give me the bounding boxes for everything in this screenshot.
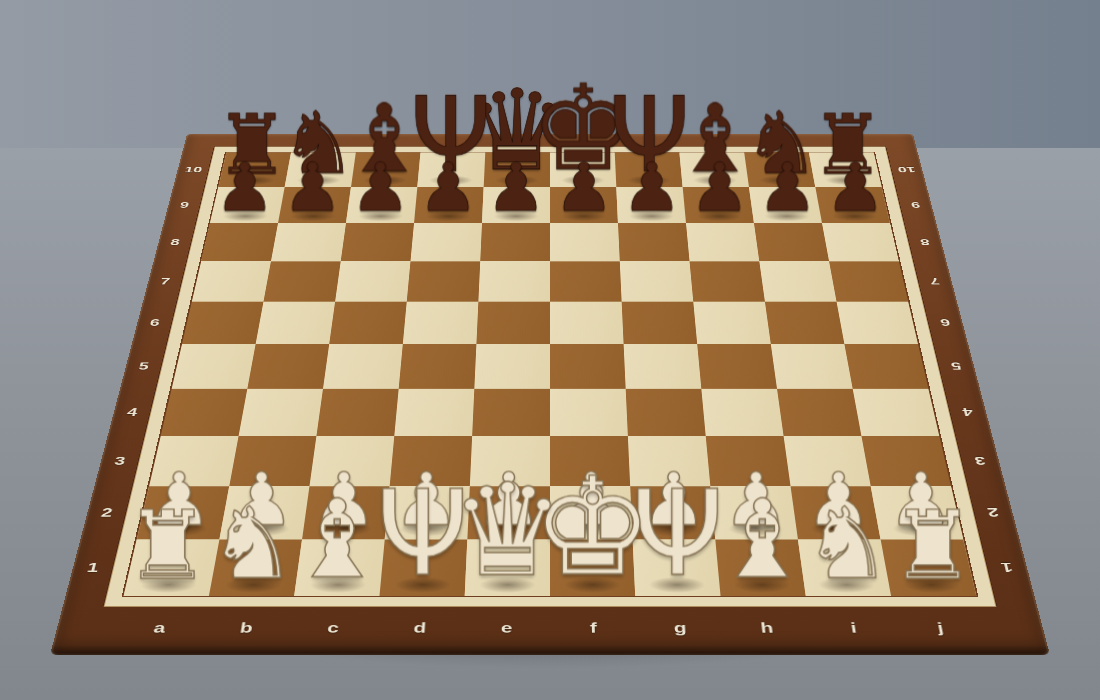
- square-h9[interactable]: ♟: [683, 187, 754, 223]
- square-a6[interactable]: [182, 302, 263, 344]
- square-d5[interactable]: [399, 344, 477, 389]
- square-c5[interactable]: [323, 344, 403, 389]
- square-b6[interactable]: [256, 302, 335, 344]
- square-g7[interactable]: [620, 261, 693, 301]
- photo-scene: ♜♞♝Ψ♛♚Ψ♝♞♜♟♟♟♟♟♟♟♟♟♟♟♟♟♟♟♟♟♟♟♟♜♞♝Ψ♛♚Ψ♝♞♜…: [0, 0, 1100, 700]
- square-h6[interactable]: [693, 302, 771, 344]
- square-d4[interactable]: [394, 389, 474, 436]
- square-g5[interactable]: [624, 344, 702, 389]
- piece-white-knight[interactable]: ♞: [803, 497, 891, 591]
- board-margin: ♜♞♝Ψ♛♚Ψ♝♞♜♟♟♟♟♟♟♟♟♟♟♟♟♟♟♟♟♟♟♟♟♜♞♝Ψ♛♚Ψ♝♞♜: [104, 146, 997, 606]
- rank-label-left-10: 10: [183, 165, 203, 174]
- square-b5[interactable]: [247, 344, 329, 389]
- square-f6[interactable]: [550, 302, 624, 344]
- square-e7[interactable]: [478, 261, 550, 301]
- square-e9[interactable]: ♟: [482, 187, 550, 223]
- square-h5[interactable]: [697, 344, 777, 389]
- piece-black-pawn[interactable]: ♟: [350, 156, 410, 220]
- square-h4[interactable]: [701, 389, 783, 436]
- square-e6[interactable]: [476, 302, 550, 344]
- piece-black-pawn[interactable]: ♟: [690, 156, 750, 220]
- square-e1[interactable]: ♛: [465, 539, 550, 596]
- piece-black-pawn[interactable]: ♟: [757, 156, 817, 220]
- piece-black-pawn[interactable]: ♟: [554, 156, 614, 220]
- square-i9[interactable]: ♟: [749, 187, 822, 223]
- piece-black-pawn[interactable]: ♟: [282, 156, 342, 220]
- piece-white-rook[interactable]: ♜: [890, 501, 975, 591]
- square-g4[interactable]: [626, 389, 706, 436]
- piece-white-knight[interactable]: ♞: [208, 497, 296, 591]
- square-j5[interactable]: [844, 344, 928, 389]
- square-e8[interactable]: [480, 223, 550, 261]
- square-a9[interactable]: ♟: [210, 187, 285, 223]
- square-a1[interactable]: ♜: [124, 539, 220, 596]
- square-a7[interactable]: [192, 261, 271, 301]
- piece-black-pawn[interactable]: ♟: [622, 156, 682, 220]
- square-c7[interactable]: [335, 261, 410, 301]
- rank-label-right-10: 10: [897, 165, 917, 174]
- square-f8[interactable]: [550, 223, 620, 261]
- square-h8[interactable]: [686, 223, 759, 261]
- square-j9[interactable]: ♟: [815, 187, 890, 223]
- square-f4[interactable]: [550, 389, 628, 436]
- square-h7[interactable]: [690, 261, 765, 301]
- square-b7[interactable]: [263, 261, 340, 301]
- square-f5[interactable]: [550, 344, 626, 389]
- square-c4[interactable]: [316, 389, 398, 436]
- square-j1[interactable]: ♜: [881, 539, 977, 596]
- square-e5[interactable]: [474, 344, 550, 389]
- square-d8[interactable]: [410, 223, 482, 261]
- square-j4[interactable]: [853, 389, 940, 436]
- square-j6[interactable]: [837, 302, 918, 344]
- square-a4[interactable]: [161, 389, 248, 436]
- piece-white-bishop[interactable]: ♝: [714, 488, 811, 591]
- square-i1[interactable]: ♞: [798, 539, 891, 596]
- square-d9[interactable]: ♟: [414, 187, 484, 223]
- square-e4[interactable]: [472, 389, 550, 436]
- square-i4[interactable]: [777, 389, 861, 436]
- square-i6[interactable]: [765, 302, 844, 344]
- square-b9[interactable]: ♟: [278, 187, 351, 223]
- square-h1[interactable]: ♝: [715, 539, 806, 596]
- square-f9[interactable]: ♟: [550, 187, 618, 223]
- square-b8[interactable]: [271, 223, 346, 261]
- chessboard: ♜♞♝Ψ♛♚Ψ♝♞♜♟♟♟♟♟♟♟♟♟♟♟♟♟♟♟♟♟♟♟♟♜♞♝Ψ♛♚Ψ♝♞♜…: [50, 134, 1050, 655]
- square-c9[interactable]: ♟: [346, 187, 417, 223]
- square-i8[interactable]: [754, 223, 829, 261]
- square-g8[interactable]: [618, 223, 690, 261]
- square-a5[interactable]: [172, 344, 256, 389]
- square-b4[interactable]: [239, 389, 323, 436]
- board-grid: ♜♞♝Ψ♛♚Ψ♝♞♜♟♟♟♟♟♟♟♟♟♟♟♟♟♟♟♟♟♟♟♟♜♞♝Ψ♛♚Ψ♝♞♜: [124, 153, 977, 597]
- square-g9[interactable]: ♟: [616, 187, 686, 223]
- square-d7[interactable]: [407, 261, 480, 301]
- square-d6[interactable]: [403, 302, 479, 344]
- square-c1[interactable]: ♝: [294, 539, 385, 596]
- square-c6[interactable]: [329, 302, 407, 344]
- piece-white-bishop[interactable]: ♝: [289, 488, 386, 591]
- square-j7[interactable]: [829, 261, 908, 301]
- square-i5[interactable]: [771, 344, 853, 389]
- square-g6[interactable]: [622, 302, 698, 344]
- piece-white-queen[interactable]: ♛: [450, 470, 564, 591]
- square-c8[interactable]: [341, 223, 414, 261]
- square-a8[interactable]: [201, 223, 278, 261]
- square-j8[interactable]: [822, 223, 899, 261]
- piece-black-pawn[interactable]: ♟: [486, 156, 546, 220]
- square-i7[interactable]: [759, 261, 836, 301]
- piece-black-pawn[interactable]: ♟: [215, 156, 275, 220]
- square-f7[interactable]: [550, 261, 622, 301]
- piece-black-pawn[interactable]: ♟: [418, 156, 478, 220]
- piece-black-pawn[interactable]: ♟: [825, 156, 885, 220]
- piece-white-rook[interactable]: ♜: [125, 501, 210, 591]
